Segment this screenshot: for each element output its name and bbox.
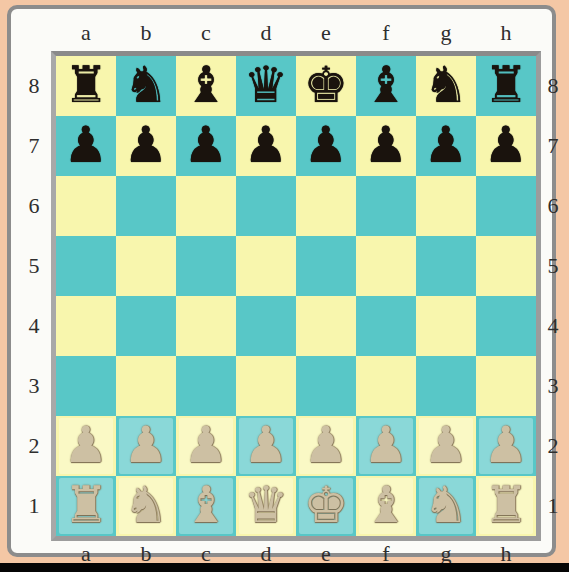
piece-black-bishop[interactable]: ♝	[356, 56, 416, 116]
piece-black-rook[interactable]: ♜	[56, 56, 116, 116]
square-c7[interactable]: ♟	[176, 116, 236, 176]
piece-black-bishop[interactable]: ♝	[176, 56, 236, 116]
square-a4[interactable]	[56, 296, 116, 356]
piece-black-pawn[interactable]: ♟	[236, 116, 296, 176]
square-d1[interactable]: ♛	[236, 476, 296, 536]
file-label-c: c	[176, 20, 236, 46]
piece-black-king[interactable]: ♚	[296, 56, 356, 116]
square-f7[interactable]: ♟	[356, 116, 416, 176]
board-frame: ♜♞♝♛♚♝♞♜♟♟♟♟♟♟♟♟♟♟♟♟♟♟♟♟♜♞♝♛♚♝♞♜	[51, 51, 541, 541]
square-b5[interactable]	[116, 236, 176, 296]
piece-white-bishop[interactable]: ♝	[176, 476, 236, 536]
square-d5[interactable]	[236, 236, 296, 296]
piece-black-pawn[interactable]: ♟	[416, 116, 476, 176]
piece-black-pawn[interactable]: ♟	[476, 116, 536, 176]
rank-label-2: 2	[541, 417, 565, 475]
piece-white-rook[interactable]: ♜	[56, 476, 116, 536]
piece-white-king[interactable]: ♚	[296, 476, 356, 536]
file-label-b: b	[116, 20, 176, 46]
square-g3[interactable]	[416, 356, 476, 416]
rank-label-2: 2	[22, 417, 46, 475]
rank-label-4: 4	[541, 297, 565, 355]
square-d7[interactable]: ♟	[236, 116, 296, 176]
rank-label-3: 3	[541, 357, 565, 415]
square-c6[interactable]	[176, 176, 236, 236]
square-a5[interactable]	[56, 236, 116, 296]
square-g1[interactable]: ♞	[416, 476, 476, 536]
rank-label-7: 7	[22, 117, 46, 175]
square-f2[interactable]: ♟	[356, 416, 416, 476]
square-a8[interactable]: ♜	[56, 56, 116, 116]
rank-label-5: 5	[541, 237, 565, 295]
square-c2[interactable]: ♟	[176, 416, 236, 476]
rank-labels-left: 87654321	[22, 56, 46, 536]
file-label-d: d	[236, 20, 296, 46]
square-g2[interactable]: ♟	[416, 416, 476, 476]
rank-label-8: 8	[541, 57, 565, 115]
piece-black-knight[interactable]: ♞	[116, 56, 176, 116]
square-h4[interactable]	[476, 296, 536, 356]
square-a7[interactable]: ♟	[56, 116, 116, 176]
square-f1[interactable]: ♝	[356, 476, 416, 536]
square-h2[interactable]: ♟	[476, 416, 536, 476]
square-b7[interactable]: ♟	[116, 116, 176, 176]
square-f5[interactable]	[356, 236, 416, 296]
square-h3[interactable]	[476, 356, 536, 416]
square-g7[interactable]: ♟	[416, 116, 476, 176]
square-a1[interactable]: ♜	[56, 476, 116, 536]
square-e5[interactable]	[296, 236, 356, 296]
square-f4[interactable]	[356, 296, 416, 356]
piece-white-knight[interactable]: ♞	[116, 476, 176, 536]
square-c4[interactable]	[176, 296, 236, 356]
file-label-g: g	[416, 20, 476, 46]
square-d8[interactable]: ♛	[236, 56, 296, 116]
piece-white-pawn[interactable]: ♟	[296, 416, 356, 476]
rank-label-5: 5	[22, 237, 46, 295]
rank-label-8: 8	[22, 57, 46, 115]
square-e3[interactable]	[296, 356, 356, 416]
square-h5[interactable]	[476, 236, 536, 296]
piece-white-pawn[interactable]: ♟	[176, 416, 236, 476]
square-e7[interactable]: ♟	[296, 116, 356, 176]
square-g8[interactable]: ♞	[416, 56, 476, 116]
square-c5[interactable]	[176, 236, 236, 296]
piece-black-knight[interactable]: ♞	[416, 56, 476, 116]
rank-label-6: 6	[541, 177, 565, 235]
piece-white-pawn[interactable]: ♟	[236, 416, 296, 476]
square-b1[interactable]: ♞	[116, 476, 176, 536]
square-e2[interactable]: ♟	[296, 416, 356, 476]
square-e8[interactable]: ♚	[296, 56, 356, 116]
square-d3[interactable]	[236, 356, 296, 416]
piece-white-pawn[interactable]: ♟	[356, 416, 416, 476]
square-e6[interactable]	[296, 176, 356, 236]
piece-white-pawn[interactable]: ♟	[116, 416, 176, 476]
square-b6[interactable]	[116, 176, 176, 236]
piece-white-bishop[interactable]: ♝	[356, 476, 416, 536]
square-c3[interactable]	[176, 356, 236, 416]
rank-label-6: 6	[22, 177, 46, 235]
square-h6[interactable]	[476, 176, 536, 236]
square-g5[interactable]	[416, 236, 476, 296]
piece-white-queen[interactable]: ♛	[236, 476, 296, 536]
square-h7[interactable]: ♟	[476, 116, 536, 176]
rank-label-3: 3	[22, 357, 46, 415]
square-a6[interactable]	[56, 176, 116, 236]
square-f3[interactable]	[356, 356, 416, 416]
piece-white-pawn[interactable]: ♟	[476, 416, 536, 476]
square-c8[interactable]: ♝	[176, 56, 236, 116]
piece-black-pawn[interactable]: ♟	[116, 116, 176, 176]
square-d6[interactable]	[236, 176, 296, 236]
file-label-e: e	[296, 20, 356, 46]
piece-black-pawn[interactable]: ♟	[356, 116, 416, 176]
file-label-f: f	[356, 20, 416, 46]
file-label-h: h	[476, 20, 536, 46]
file-label-a: a	[56, 20, 116, 46]
piece-black-pawn[interactable]: ♟	[176, 116, 236, 176]
rank-label-4: 4	[22, 297, 46, 355]
rank-labels-right: 87654321	[541, 56, 565, 536]
square-e1[interactable]: ♚	[296, 476, 356, 536]
square-c1[interactable]: ♝	[176, 476, 236, 536]
rank-label-1: 1	[541, 477, 565, 535]
rank-label-7: 7	[541, 117, 565, 175]
piece-white-rook[interactable]: ♜	[476, 476, 536, 536]
square-f8[interactable]: ♝	[356, 56, 416, 116]
piece-white-knight[interactable]: ♞	[416, 476, 476, 536]
square-b3[interactable]	[116, 356, 176, 416]
game-window: abcdefgh 87654321 ♜♞♝♛♚♝♞♜♟♟♟♟♟♟♟♟♟♟♟♟♟♟…	[7, 5, 556, 557]
square-h1[interactable]: ♜	[476, 476, 536, 536]
bottom-edge-strip	[0, 563, 569, 572]
chess-board: ♜♞♝♛♚♝♞♜♟♟♟♟♟♟♟♟♟♟♟♟♟♟♟♟♜♞♝♛♚♝♞♜	[56, 56, 536, 536]
piece-black-pawn[interactable]: ♟	[56, 116, 116, 176]
piece-white-pawn[interactable]: ♟	[56, 416, 116, 476]
square-f6[interactable]	[356, 176, 416, 236]
piece-black-pawn[interactable]: ♟	[296, 116, 356, 176]
square-b2[interactable]: ♟	[116, 416, 176, 476]
square-d2[interactable]: ♟	[236, 416, 296, 476]
square-e4[interactable]	[296, 296, 356, 356]
piece-white-pawn[interactable]: ♟	[416, 416, 476, 476]
piece-black-rook[interactable]: ♜	[476, 56, 536, 116]
square-a3[interactable]	[56, 356, 116, 416]
square-g6[interactable]	[416, 176, 476, 236]
square-g4[interactable]	[416, 296, 476, 356]
square-a2[interactable]: ♟	[56, 416, 116, 476]
chess-app-window: { "game": "chess", "position": { "fen": …	[0, 0, 569, 572]
square-d4[interactable]	[236, 296, 296, 356]
square-b8[interactable]: ♞	[116, 56, 176, 116]
piece-black-queen[interactable]: ♛	[236, 56, 296, 116]
file-labels-top: abcdefgh	[56, 20, 536, 46]
square-h8[interactable]: ♜	[476, 56, 536, 116]
square-b4[interactable]	[116, 296, 176, 356]
rank-label-1: 1	[22, 477, 46, 535]
